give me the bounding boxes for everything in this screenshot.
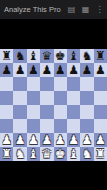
square-d6[interactable] [40, 77, 53, 91]
black-pawn: ♟ [15, 63, 26, 77]
square-g7[interactable]: ♟ [80, 63, 93, 77]
black-bishop: ♝ [28, 49, 39, 63]
square-c1[interactable]: ♝ [27, 147, 40, 161]
square-f7[interactable]: ♟ [67, 63, 80, 77]
square-c2[interactable]: ♟ [27, 133, 40, 147]
square-f1[interactable]: ♝ [67, 147, 80, 161]
square-b6[interactable] [13, 77, 26, 91]
bottom-panel-area [0, 161, 107, 190]
square-h2[interactable]: ♟ [94, 133, 107, 147]
square-b8[interactable]: ♞ [13, 49, 26, 63]
black-king: ♚ [55, 49, 66, 63]
chess-board[interactable]: ♜♞♝♛♚♝♞♜♟♟♟♟♟♟♟♟♟♟♟♟♟♟♟♟♜♞♝♛♚♝♞♜ [0, 49, 107, 161]
header-icons: ▤ ▦ ⋮ [67, 6, 107, 14]
square-a8[interactable]: ♜ [0, 49, 13, 63]
square-e1[interactable]: ♚ [54, 147, 67, 161]
square-c3[interactable] [27, 119, 40, 133]
app-header: Analyze This Pro ▤ ▦ ⋮ [0, 0, 107, 19]
black-knight: ♞ [82, 49, 93, 63]
square-b5[interactable] [13, 91, 26, 105]
white-pawn: ♟ [68, 133, 79, 147]
black-pawn: ♟ [82, 63, 93, 77]
black-pawn: ♟ [68, 63, 79, 77]
black-pawn: ♟ [95, 63, 106, 77]
square-h6[interactable] [94, 77, 107, 91]
square-e7[interactable]: ♟ [54, 63, 67, 77]
square-g5[interactable] [80, 91, 93, 105]
square-g1[interactable]: ♞ [80, 147, 93, 161]
square-f2[interactable]: ♟ [67, 133, 80, 147]
square-b4[interactable] [13, 105, 26, 119]
square-c8[interactable]: ♝ [27, 49, 40, 63]
square-a6[interactable] [0, 77, 13, 91]
square-d2[interactable]: ♟ [40, 133, 53, 147]
square-f4[interactable] [67, 105, 80, 119]
black-bishop: ♝ [68, 49, 79, 63]
square-e8[interactable]: ♚ [54, 49, 67, 63]
white-pawn: ♟ [82, 133, 93, 147]
white-pawn: ♟ [41, 133, 52, 147]
square-g4[interactable] [80, 105, 93, 119]
overflow-menu-icon[interactable]: ⋮ [95, 6, 104, 14]
square-e4[interactable] [54, 105, 67, 119]
white-knight: ♞ [15, 147, 26, 161]
square-c5[interactable] [27, 91, 40, 105]
square-c7[interactable]: ♟ [27, 63, 40, 77]
square-b1[interactable]: ♞ [13, 147, 26, 161]
square-h3[interactable] [94, 119, 107, 133]
square-g8[interactable]: ♞ [80, 49, 93, 63]
white-pawn: ♟ [28, 133, 39, 147]
white-rook: ♜ [95, 147, 106, 161]
square-f3[interactable] [67, 119, 80, 133]
square-e2[interactable]: ♟ [54, 133, 67, 147]
square-e3[interactable] [54, 119, 67, 133]
square-d1[interactable]: ♛ [40, 147, 53, 161]
square-c6[interactable] [27, 77, 40, 91]
square-d4[interactable] [40, 105, 53, 119]
black-pawn: ♟ [41, 63, 52, 77]
square-f6[interactable] [67, 77, 80, 91]
square-d8[interactable]: ♛ [40, 49, 53, 63]
square-h4[interactable] [94, 105, 107, 119]
square-h7[interactable]: ♟ [94, 63, 107, 77]
square-d5[interactable] [40, 91, 53, 105]
square-h5[interactable] [94, 91, 107, 105]
white-king: ♚ [55, 147, 66, 161]
black-pawn: ♟ [1, 63, 12, 77]
square-b3[interactable] [13, 119, 26, 133]
black-pawn: ♟ [55, 63, 66, 77]
square-f8[interactable]: ♝ [67, 49, 80, 63]
square-g6[interactable] [80, 77, 93, 91]
black-pawn: ♟ [28, 63, 39, 77]
black-rook: ♜ [1, 49, 12, 63]
square-e6[interactable] [54, 77, 67, 91]
board-grid-icon[interactable]: ▦ [81, 6, 90, 14]
white-rook: ♜ [1, 147, 12, 161]
square-g3[interactable] [80, 119, 93, 133]
white-pawn: ♟ [55, 133, 66, 147]
square-h8[interactable]: ♜ [94, 49, 107, 63]
square-e5[interactable] [54, 91, 67, 105]
square-b2[interactable]: ♟ [13, 133, 26, 147]
square-d7[interactable]: ♟ [40, 63, 53, 77]
notation-list-icon[interactable]: ▤ [67, 6, 76, 14]
white-bishop: ♝ [28, 147, 39, 161]
square-a2[interactable]: ♟ [0, 133, 13, 147]
black-rook: ♜ [95, 49, 106, 63]
square-a5[interactable] [0, 91, 13, 105]
square-b7[interactable]: ♟ [13, 63, 26, 77]
white-queen: ♛ [41, 147, 52, 161]
square-d3[interactable] [40, 119, 53, 133]
white-pawn: ♟ [1, 133, 12, 147]
square-a3[interactable] [0, 119, 13, 133]
square-g2[interactable]: ♟ [80, 133, 93, 147]
black-queen: ♛ [41, 49, 52, 63]
square-a1[interactable]: ♜ [0, 147, 13, 161]
black-knight: ♞ [15, 49, 26, 63]
square-a7[interactable]: ♟ [0, 63, 13, 77]
white-bishop: ♝ [68, 147, 79, 161]
square-a4[interactable] [0, 105, 13, 119]
app-title: Analyze This Pro [0, 5, 67, 14]
square-h1[interactable]: ♜ [94, 147, 107, 161]
square-f5[interactable] [67, 91, 80, 105]
square-c4[interactable] [27, 105, 40, 119]
white-pawn: ♟ [95, 133, 106, 147]
white-pawn: ♟ [15, 133, 26, 147]
white-knight: ♞ [82, 147, 93, 161]
